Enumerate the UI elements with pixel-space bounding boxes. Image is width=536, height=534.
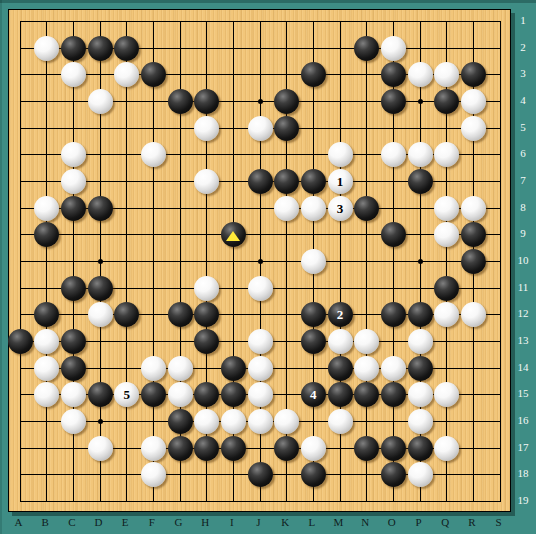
stone-white[interactable] bbox=[434, 302, 459, 327]
stone-black[interactable]: 2 bbox=[328, 302, 353, 327]
stone-white[interactable] bbox=[434, 222, 459, 247]
stone-black[interactable] bbox=[168, 409, 193, 434]
move-number-label: 3 bbox=[337, 202, 344, 215]
grid-line bbox=[20, 501, 501, 502]
stone-black[interactable] bbox=[461, 222, 486, 247]
stone-black[interactable] bbox=[461, 62, 486, 87]
stone-white[interactable] bbox=[88, 89, 113, 114]
stone-white[interactable] bbox=[381, 36, 406, 61]
stone-white[interactable] bbox=[168, 382, 193, 407]
row-label: 17 bbox=[518, 441, 529, 453]
row-label: 4 bbox=[520, 94, 526, 106]
stone-black[interactable] bbox=[381, 222, 406, 247]
stone-black[interactable] bbox=[301, 62, 326, 87]
column-label: C bbox=[68, 516, 75, 528]
stone-black[interactable] bbox=[461, 249, 486, 274]
stone-white[interactable] bbox=[434, 382, 459, 407]
stone-white[interactable] bbox=[381, 356, 406, 381]
stone-white[interactable] bbox=[141, 462, 166, 487]
stone-black[interactable] bbox=[301, 462, 326, 487]
stone-black[interactable] bbox=[381, 62, 406, 87]
column-label: G bbox=[175, 516, 183, 528]
triangle-marker-icon bbox=[226, 231, 240, 241]
column-label: F bbox=[149, 516, 155, 528]
stone-white[interactable] bbox=[248, 382, 273, 407]
stone-white[interactable] bbox=[328, 329, 353, 354]
row-label: 9 bbox=[520, 227, 526, 239]
column-label: A bbox=[15, 516, 23, 528]
stone-black[interactable] bbox=[141, 62, 166, 87]
stone-white[interactable] bbox=[408, 382, 433, 407]
stone-white[interactable] bbox=[34, 36, 59, 61]
stone-black[interactable] bbox=[114, 302, 139, 327]
grid-line bbox=[366, 21, 367, 501]
stone-white[interactable] bbox=[141, 356, 166, 381]
stone-black[interactable] bbox=[221, 382, 246, 407]
stone-white[interactable] bbox=[34, 329, 59, 354]
stone-white[interactable] bbox=[328, 142, 353, 167]
stone-black[interactable] bbox=[61, 329, 86, 354]
stone-white[interactable] bbox=[461, 116, 486, 141]
row-label: 11 bbox=[518, 281, 529, 293]
star-point bbox=[258, 99, 263, 104]
stone-black[interactable] bbox=[434, 276, 459, 301]
star-point bbox=[418, 99, 423, 104]
row-label: 14 bbox=[518, 361, 529, 373]
stone-black[interactable] bbox=[168, 436, 193, 461]
stone-white[interactable] bbox=[194, 409, 219, 434]
stone-black[interactable]: 4 bbox=[301, 382, 326, 407]
stone-white[interactable] bbox=[34, 382, 59, 407]
stone-white[interactable] bbox=[434, 142, 459, 167]
stone-white[interactable] bbox=[461, 196, 486, 221]
stone-black[interactable] bbox=[61, 276, 86, 301]
column-label: R bbox=[468, 516, 475, 528]
stone-white[interactable] bbox=[408, 329, 433, 354]
stone-black[interactable] bbox=[61, 36, 86, 61]
stone-white[interactable] bbox=[408, 62, 433, 87]
row-label: 1 bbox=[520, 14, 526, 26]
star-point bbox=[418, 259, 423, 264]
move-number-label: 2 bbox=[337, 308, 344, 321]
stone-white[interactable] bbox=[61, 169, 86, 194]
stone-white[interactable] bbox=[381, 142, 406, 167]
stone-black[interactable] bbox=[354, 382, 379, 407]
stone-white[interactable] bbox=[408, 142, 433, 167]
stone-white[interactable] bbox=[194, 116, 219, 141]
row-label: 7 bbox=[520, 174, 526, 186]
stone-black[interactable] bbox=[114, 36, 139, 61]
row-label: 8 bbox=[520, 201, 526, 213]
stone-white[interactable] bbox=[301, 249, 326, 274]
stone-white[interactable] bbox=[274, 196, 299, 221]
goban-app-window: 13254 ABCDEFGHIJKLMNOPQRS 12345678910111… bbox=[0, 0, 536, 534]
stone-white[interactable] bbox=[194, 169, 219, 194]
stone-white[interactable] bbox=[354, 356, 379, 381]
stone-black[interactable] bbox=[248, 462, 273, 487]
stone-white[interactable] bbox=[408, 462, 433, 487]
stone-white[interactable] bbox=[248, 356, 273, 381]
row-label: 6 bbox=[520, 147, 526, 159]
stone-white[interactable]: 3 bbox=[328, 196, 353, 221]
stone-white[interactable] bbox=[328, 409, 353, 434]
stone-black[interactable] bbox=[221, 436, 246, 461]
stone-white[interactable] bbox=[354, 329, 379, 354]
stone-white[interactable] bbox=[248, 276, 273, 301]
stone-black[interactable] bbox=[88, 196, 113, 221]
stone-black[interactable] bbox=[88, 276, 113, 301]
stone-white[interactable]: 5 bbox=[114, 382, 139, 407]
stone-black[interactable] bbox=[194, 302, 219, 327]
stone-black[interactable] bbox=[434, 89, 459, 114]
stone-black[interactable] bbox=[141, 382, 166, 407]
stone-black[interactable] bbox=[301, 302, 326, 327]
stone-black[interactable] bbox=[168, 302, 193, 327]
column-label: O bbox=[388, 516, 396, 528]
stone-black[interactable] bbox=[274, 169, 299, 194]
stone-white[interactable] bbox=[408, 409, 433, 434]
stone-black[interactable] bbox=[221, 356, 246, 381]
move-number-label: 5 bbox=[123, 388, 130, 401]
stone-black[interactable] bbox=[274, 116, 299, 141]
row-label: 13 bbox=[518, 334, 529, 346]
stone-white[interactable] bbox=[461, 89, 486, 114]
row-label: 15 bbox=[518, 387, 529, 399]
stone-black[interactable] bbox=[88, 382, 113, 407]
stone-white[interactable] bbox=[434, 62, 459, 87]
column-label: M bbox=[334, 516, 344, 528]
stone-black[interactable] bbox=[408, 436, 433, 461]
stone-black[interactable] bbox=[354, 196, 379, 221]
stone-white[interactable] bbox=[301, 196, 326, 221]
stone-black[interactable] bbox=[34, 302, 59, 327]
column-label: S bbox=[495, 516, 501, 528]
stone-black[interactable] bbox=[354, 36, 379, 61]
stone-black[interactable] bbox=[381, 302, 406, 327]
stone-black[interactable] bbox=[328, 382, 353, 407]
stone-white[interactable] bbox=[61, 409, 86, 434]
stone-white[interactable] bbox=[434, 436, 459, 461]
column-label: N bbox=[361, 516, 369, 528]
stone-black[interactable] bbox=[381, 462, 406, 487]
column-label: I bbox=[230, 516, 234, 528]
stone-white[interactable] bbox=[221, 409, 246, 434]
row-label: 16 bbox=[518, 414, 529, 426]
stone-white[interactable] bbox=[34, 196, 59, 221]
stone-black[interactable] bbox=[194, 382, 219, 407]
stone-black[interactable] bbox=[328, 356, 353, 381]
column-label: K bbox=[281, 516, 289, 528]
column-label: J bbox=[256, 516, 260, 528]
row-label: 12 bbox=[518, 307, 529, 319]
stone-black[interactable] bbox=[61, 356, 86, 381]
stone-black[interactable] bbox=[381, 382, 406, 407]
stone-white[interactable] bbox=[61, 382, 86, 407]
stone-black[interactable] bbox=[194, 329, 219, 354]
stone-white[interactable] bbox=[248, 116, 273, 141]
column-label: P bbox=[415, 516, 421, 528]
stone-black[interactable] bbox=[408, 302, 433, 327]
stone-white[interactable] bbox=[248, 409, 273, 434]
stone-black[interactable] bbox=[221, 222, 246, 247]
star-point bbox=[98, 419, 103, 424]
stone-black[interactable] bbox=[168, 89, 193, 114]
stone-black[interactable] bbox=[34, 222, 59, 247]
go-board[interactable]: 13254 bbox=[8, 9, 511, 512]
stone-black[interactable] bbox=[88, 36, 113, 61]
stone-black[interactable] bbox=[408, 356, 433, 381]
column-label: Q bbox=[441, 516, 449, 528]
row-label: 19 bbox=[518, 494, 529, 506]
row-label: 3 bbox=[520, 67, 526, 79]
stone-white[interactable] bbox=[141, 142, 166, 167]
stone-white[interactable] bbox=[141, 436, 166, 461]
stone-black[interactable] bbox=[194, 89, 219, 114]
stone-white[interactable] bbox=[88, 302, 113, 327]
star-point bbox=[258, 259, 263, 264]
stone-black[interactable] bbox=[301, 169, 326, 194]
stone-white[interactable] bbox=[88, 436, 113, 461]
stone-black[interactable] bbox=[194, 436, 219, 461]
stone-white[interactable] bbox=[461, 302, 486, 327]
stone-black[interactable] bbox=[274, 89, 299, 114]
stone-white[interactable] bbox=[34, 356, 59, 381]
column-label: H bbox=[201, 516, 209, 528]
stone-black[interactable] bbox=[381, 89, 406, 114]
stone-white[interactable]: 1 bbox=[328, 169, 353, 194]
stone-black[interactable] bbox=[61, 196, 86, 221]
row-label: 10 bbox=[518, 254, 529, 266]
stone-black[interactable] bbox=[274, 436, 299, 461]
column-label: B bbox=[41, 516, 48, 528]
stone-white[interactable] bbox=[61, 62, 86, 87]
stone-black[interactable] bbox=[354, 436, 379, 461]
grid-line bbox=[500, 21, 501, 501]
stone-white[interactable] bbox=[61, 142, 86, 167]
stone-black[interactable] bbox=[301, 329, 326, 354]
row-label: 18 bbox=[518, 467, 529, 479]
stone-black[interactable] bbox=[408, 169, 433, 194]
star-point bbox=[98, 259, 103, 264]
stone-white[interactable] bbox=[274, 409, 299, 434]
stone-white[interactable] bbox=[248, 329, 273, 354]
move-number-label: 1 bbox=[337, 175, 344, 188]
column-label: E bbox=[122, 516, 129, 528]
move-number-label: 4 bbox=[310, 388, 317, 401]
stone-white[interactable] bbox=[434, 196, 459, 221]
stone-white[interactable] bbox=[194, 276, 219, 301]
stone-black[interactable] bbox=[248, 169, 273, 194]
row-label: 5 bbox=[520, 121, 526, 133]
stone-white[interactable] bbox=[114, 62, 139, 87]
row-label: 2 bbox=[520, 41, 526, 53]
stone-black[interactable] bbox=[381, 436, 406, 461]
stone-white[interactable] bbox=[301, 436, 326, 461]
column-label: L bbox=[308, 516, 315, 528]
stone-black[interactable] bbox=[8, 329, 33, 354]
stone-white[interactable] bbox=[168, 356, 193, 381]
column-label: D bbox=[95, 516, 103, 528]
